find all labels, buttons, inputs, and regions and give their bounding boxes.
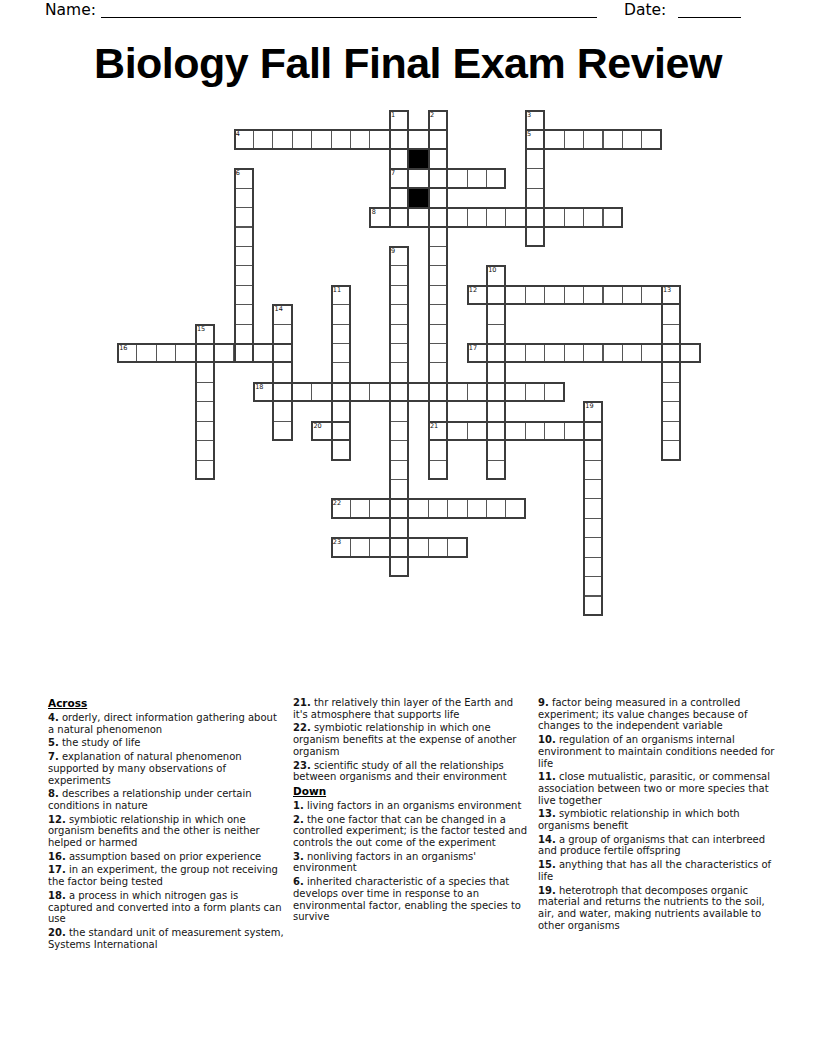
clue-num-label: 15. [538,859,556,870]
grid-cell [253,343,273,363]
grid-cell [583,479,603,499]
grid-cell [389,246,409,266]
grid-cell [486,324,506,344]
grid-cell [428,149,448,169]
grid-cell [234,227,254,247]
clue-num-label: 18. [48,890,66,901]
grid-cell [467,498,487,518]
grid-cell [467,343,487,363]
grid-cell [486,421,506,441]
grid-cell [234,265,254,285]
grid-cell [272,129,292,149]
grid-cell [428,227,448,247]
grid-cell [661,421,681,441]
grid-cell [544,129,564,149]
grid-cell [661,362,681,382]
grid-cell [428,401,448,421]
grid-cell [641,343,661,363]
grid-cell [234,304,254,324]
grid-cell [525,382,545,402]
grid-cell [525,110,545,130]
grid-cell [331,498,351,518]
clue-text: nonliving factors in an organisms' envir… [293,851,476,874]
grid-cell [505,498,525,518]
grid-cell [564,129,584,149]
clue-text: assumption based on prior experience [66,851,262,862]
clue-down-9: 9. factor being measured in a controlled… [538,697,775,732]
grid-cell [350,129,370,149]
clue-text: symbiotic relationship in which one orga… [293,722,516,756]
grid-cell [272,362,292,382]
grid-cell [447,207,467,227]
clue-text: in an experiment, the group not receivin… [48,864,278,887]
clue-num-label: 13. [538,808,556,819]
clue-text: factor being measured in a controlled ex… [538,697,747,731]
grid-cell [389,460,409,480]
grid-cell [369,537,389,557]
grid-cell [428,207,448,227]
grid-cell [389,324,409,344]
clue-num-label: 16. [48,851,66,862]
grid-cell [544,382,564,402]
grid-cell [234,188,254,208]
grid-cell [486,401,506,421]
grid-cell [389,518,409,538]
grid-cell [486,460,506,480]
grid-cell [564,343,584,363]
grid-cell [136,343,156,363]
grid-cell [486,440,506,460]
clue-text: close mutualistic, parasitic, or commens… [538,771,770,805]
grid-cell [525,129,545,149]
clue-text: orderly, direct information gathering ab… [48,712,277,735]
grid-cell [272,343,292,363]
grid-cell [680,343,700,363]
grid-cell [272,324,292,344]
clue-across-12: 12. symbiotic relationship in which one … [48,814,285,849]
grid-cell [389,401,409,421]
grid-cell [661,324,681,344]
grid-cell [195,382,215,402]
date-line [678,1,741,18]
grid-cell [350,537,370,557]
grid-cell [467,285,487,305]
clue-num-label: 11. [538,771,556,782]
grid-cell [641,129,661,149]
black-cell [408,149,428,169]
grid-cell [408,537,428,557]
grid-cell [428,265,448,285]
grid-cell [447,498,467,518]
grid-cell [311,129,331,149]
grid-cell [544,421,564,441]
clue-num-label: 10. [538,734,556,745]
grid-cell [350,498,370,518]
grid-cell [195,421,215,441]
clue-text: symbiotic relationship in which both org… [538,808,740,831]
grid-cell [525,421,545,441]
grid-cell [505,207,525,227]
grid-cell [408,168,428,188]
grid-cell [564,285,584,305]
grid-cell [389,498,409,518]
grid-cell [544,285,564,305]
clue-text: explanation of natural phenomenon suppor… [48,751,242,785]
grid-cell [428,110,448,130]
grid-cell [195,324,215,344]
grid-cell [350,382,370,402]
clue-across-18: 18. a process in which nitrogen gas is c… [48,890,285,925]
grid-cell [214,343,234,363]
grid-cell [622,343,642,363]
grid-cell [486,382,506,402]
clue-down-6: 6. inherited characteristic of a species… [293,876,530,923]
clue-down-10: 10. regulation of an organisms internal … [538,734,775,769]
grid-cell [389,285,409,305]
clue-across-22: 22. symbiotic relationship in which one … [293,722,530,757]
grid-cell [428,285,448,305]
grid-cell [428,498,448,518]
grid-cell [389,362,409,382]
grid-cell [583,343,603,363]
grid-cell [195,362,215,382]
clue-text: living factors in an organisms environme… [304,800,522,811]
grid-cell [486,168,506,188]
grid-cell [505,421,525,441]
grid-cell [389,149,409,169]
clue-text: a group of organisms that can interbreed… [538,834,765,857]
clue-text: inherited characteristic of a species th… [293,876,521,922]
grid-cell [486,343,506,363]
clue-num-label: 17. [48,864,66,875]
grid-cell [622,129,642,149]
grid-cell [234,285,254,305]
grid-cell [234,246,254,266]
grid-cell [486,207,506,227]
clue-text: scientific study of all the relationship… [293,760,507,783]
clue-across-17: 17. in an experiment, the group not rece… [48,864,285,887]
grid-cell [525,343,545,363]
grid-cell [175,343,195,363]
clue-down-15: 15. anything that has all the characteri… [538,859,775,882]
clues-column-2: 21. thr relatively thin layer of the Ear… [293,697,530,952]
grid-cell [195,401,215,421]
grid-cell [583,498,603,518]
grid-cell [564,421,584,441]
grid-cell [428,168,448,188]
clue-num-label: 19. [538,885,556,896]
date-label: Date: [624,1,666,19]
grid-cell [661,343,681,363]
grid-cell [369,129,389,149]
grid-cell [583,576,603,596]
grid-cell [428,421,448,441]
grid-cell [369,382,389,402]
clue-num-label: 23. [293,760,311,771]
grid-cell [583,401,603,421]
grid-cell [195,460,215,480]
clues-column-3: 9. factor being measured in a controlled… [538,697,775,952]
clue-num-label: 6. [293,876,304,887]
grid-cell [389,421,409,441]
clue-across-20: 20. the standard unit of measurement sys… [48,927,285,950]
grid-cell [505,343,525,363]
clue-text: thr relatively thin layer of the Earth a… [293,697,513,720]
grid-cell [234,324,254,344]
grid-cell [583,460,603,480]
grid-cell [505,382,525,402]
clue-text: regulation of an organisms internal envi… [538,734,774,768]
clue-num-label: 1. [293,800,304,811]
grid-cell [428,440,448,460]
clue-down-14: 14. a group of organisms that can interb… [538,834,775,857]
grid-cell [292,382,312,402]
clue-text: the standard unit of measurement system,… [48,927,284,950]
grid-cell [564,207,584,227]
clues-section: Across4. orderly, direct information gat… [48,697,776,952]
grid-cell [331,129,351,149]
grid-cell [583,557,603,577]
clue-down-11: 11. close mutualistic, parasitic, or com… [538,771,775,806]
clue-num-label: 9. [538,697,549,708]
clue-text: the study of life [59,737,141,748]
grid-cell [156,343,176,363]
grid-cell [622,285,642,305]
grid-cell [331,382,351,402]
grid-cell [428,382,448,402]
clues-column-1: Across4. orderly, direct information gat… [48,697,285,952]
clue-num-label: 20. [48,927,66,938]
grid-cell [486,498,506,518]
grid-cell [389,479,409,499]
grid-cell [331,324,351,344]
grid-cell [389,537,409,557]
grid-cell [447,168,467,188]
grid-cell [195,440,215,460]
grid-cell [428,362,448,382]
grid-cell [369,207,389,227]
grid-cell [428,246,448,266]
grid-cell [272,382,292,402]
grid-cell [311,382,331,402]
grid-cell [389,440,409,460]
clue-down-1: 1. living factors in an organisms enviro… [293,800,530,812]
grid-cell [292,129,312,149]
grid-cell [389,168,409,188]
grid-cell [525,149,545,169]
clue-down-3: 3. nonliving factors in an organisms' en… [293,851,530,874]
black-cell [408,188,428,208]
grid-cell [525,285,545,305]
grid-cell [583,421,603,441]
clue-across-4: 4. orderly, direct information gathering… [48,712,285,735]
grid-cell [272,421,292,441]
grid-cell [641,285,661,305]
grid-cell [272,401,292,421]
grid-cell [603,285,623,305]
grid-cell [408,382,428,402]
down-header: Down [293,785,530,797]
grid-cell [467,168,487,188]
grid-cell [447,537,467,557]
grid-cell [583,207,603,227]
grid-cell [447,382,467,402]
clue-across-23: 23. scientific study of all the relation… [293,760,530,783]
grid-cell [661,401,681,421]
grid-cell [486,362,506,382]
clue-down-2: 2. the one factor that can be changed in… [293,814,530,849]
grid-cell [661,304,681,324]
grid-cell [428,343,448,363]
clue-across-8: 8. describes a relationship under certai… [48,788,285,811]
clue-text: anything that has all the characteristic… [538,859,771,882]
grid-cell [486,265,506,285]
grid-cell [447,421,467,441]
clue-num-label: 3. [293,851,304,862]
grid-cell [253,382,273,402]
grid-cell [525,227,545,247]
grid-cell [389,110,409,130]
grid-cell [234,207,254,227]
clue-across-16: 16. assumption based on prior experience [48,851,285,863]
grid-cell [525,188,545,208]
grid-cell [331,362,351,382]
grid-cell [428,188,448,208]
grid-cell [661,440,681,460]
grid-cell [428,304,448,324]
grid-cell [603,129,623,149]
grid-cell [331,421,351,441]
clue-num-label: 14. [538,834,556,845]
clue-across-5: 5. the study of life [48,737,285,749]
grid-cell [331,285,351,305]
clue-num-label: 12. [48,814,66,825]
grid-cell [234,129,254,149]
grid-cell [408,498,428,518]
grid-cell [331,343,351,363]
grid-cell [583,537,603,557]
grid-cell [234,343,254,363]
grid-cell [389,382,409,402]
grid-cell [661,285,681,305]
grid-cell [253,129,273,149]
across-header: Across [48,697,285,709]
grid-cell [117,343,137,363]
grid-cell [234,168,254,188]
page-title: Biology Fall Final Exam Review [0,39,816,88]
grid-cell [603,343,623,363]
clue-num-label: 5. [48,737,59,748]
clue-across-21: 21. thr relatively thin layer of the Ear… [293,697,530,720]
grid-cell [467,382,487,402]
grid-cell [505,285,525,305]
clue-num-label: 7. [48,751,59,762]
clue-down-19: 19. heterotroph that decomposes organic … [538,885,775,932]
grid-cell [331,537,351,557]
grid-cell [389,188,409,208]
clue-num-label: 22. [293,722,311,733]
grid-cell [603,207,623,227]
grid-cell [544,207,564,227]
grid-cell [583,285,603,305]
clue-text: describes a relationship under certain c… [48,788,252,811]
grid-cell [661,382,681,402]
grid-cell [389,129,409,149]
grid-cell [389,304,409,324]
grid-cell [428,537,448,557]
name-line [101,1,597,18]
grid-cell [428,324,448,344]
grid-cell [525,168,545,188]
grid-cell [544,343,564,363]
grid-cell [389,343,409,363]
grid-cell [486,285,506,305]
grid-cell [331,401,351,421]
grid-cell [467,207,487,227]
clue-num-label: 4. [48,712,59,723]
clue-down-13: 13. symbiotic relationship in which both… [538,808,775,831]
grid-cell [525,207,545,227]
clue-text: heterotroph that decomposes organic mate… [538,885,765,931]
name-label: Name: [45,1,96,19]
grid-cell [389,265,409,285]
grid-cell [331,440,351,460]
clue-num-label: 8. [48,788,59,799]
clue-across-7: 7. explanation of natural phenomenon sup… [48,751,285,786]
grid-cell [583,518,603,538]
grid-cell [428,460,448,480]
grid-cell [408,207,428,227]
grid-cell [389,207,409,227]
grid-cell [467,421,487,441]
clue-num-label: 21. [293,697,311,708]
grid-cell [583,596,603,616]
clue-num-label: 2. [293,814,304,825]
grid-cell [272,304,292,324]
grid-cell [389,557,409,577]
grid-cell [583,440,603,460]
grid-cell [331,304,351,324]
grid-cell [428,129,448,149]
grid-cell [583,129,603,149]
clue-text: a process in which nitrogen gas is captu… [48,890,282,924]
grid-cell [408,129,428,149]
clue-text: the one factor that can be changed in a … [293,814,527,848]
grid-cell [195,343,215,363]
grid-cell [311,421,331,441]
grid-cell [369,498,389,518]
clue-text: symbiotic relationship in which one orga… [48,814,260,848]
grid-cell [486,304,506,324]
